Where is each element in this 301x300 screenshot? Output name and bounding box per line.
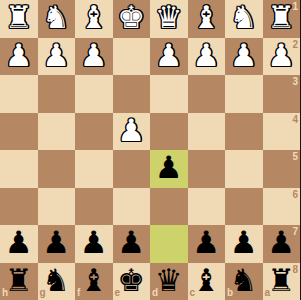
square-g3[interactable] [38, 75, 76, 113]
piece-black-knight[interactable]: ♞ [42, 265, 70, 296]
piece-black-queen[interactable]: ♛ [155, 265, 183, 296]
piece-white-pawn[interactable]: ♟ [117, 115, 145, 146]
chess-board: ♜♞♝♚♛♝♞♜1♟♟♟♟♟♟♟23♟4♟56♟♟♟♟♟♟♟7♜h♞g♝f♚e♛… [0, 0, 300, 300]
piece-black-pawn[interactable]: ♟ [155, 152, 183, 183]
square-e7[interactable]: ♟ [113, 225, 151, 263]
square-b1[interactable]: ♞ [225, 0, 263, 38]
rank-label-4: 4 [292, 115, 298, 125]
square-h5[interactable] [0, 150, 38, 188]
piece-white-rook[interactable]: ♜ [267, 2, 295, 33]
piece-black-pawn[interactable]: ♟ [80, 227, 108, 258]
square-b2[interactable]: ♟ [225, 38, 263, 76]
piece-white-knight[interactable]: ♞ [42, 2, 70, 33]
piece-black-bishop[interactable]: ♝ [80, 265, 108, 296]
square-g8[interactable]: ♞g [38, 263, 76, 300]
square-c7[interactable]: ♟ [188, 225, 226, 263]
piece-black-pawn[interactable]: ♟ [42, 227, 70, 258]
square-g1[interactable]: ♞ [38, 0, 76, 38]
square-g2[interactable]: ♟ [38, 38, 76, 76]
square-f7[interactable]: ♟ [75, 225, 113, 263]
square-f2[interactable]: ♟ [75, 38, 113, 76]
square-f5[interactable] [75, 150, 113, 188]
square-c4[interactable] [188, 113, 226, 151]
piece-black-pawn[interactable]: ♟ [117, 227, 145, 258]
square-d7[interactable] [150, 225, 188, 263]
piece-white-queen[interactable]: ♛ [155, 2, 183, 33]
piece-white-rook[interactable]: ♜ [5, 2, 33, 33]
square-a6[interactable]: 6 [263, 188, 301, 226]
square-a5[interactable]: 5 [263, 150, 301, 188]
square-g4[interactable] [38, 113, 76, 151]
piece-black-bishop[interactable]: ♝ [192, 265, 220, 296]
piece-black-king[interactable]: ♚ [117, 265, 145, 296]
rank-label-5: 5 [292, 152, 298, 162]
square-e3[interactable] [113, 75, 151, 113]
square-f6[interactable] [75, 188, 113, 226]
piece-white-pawn[interactable]: ♟ [192, 40, 220, 71]
piece-black-knight[interactable]: ♞ [230, 265, 258, 296]
square-b3[interactable] [225, 75, 263, 113]
rank-label-3: 3 [292, 77, 298, 87]
piece-white-pawn[interactable]: ♟ [42, 40, 70, 71]
piece-white-pawn[interactable]: ♟ [267, 40, 295, 71]
piece-white-bishop[interactable]: ♝ [192, 2, 220, 33]
square-e2[interactable] [113, 38, 151, 76]
piece-black-rook[interactable]: ♜ [5, 265, 33, 296]
piece-black-pawn[interactable]: ♟ [230, 227, 258, 258]
square-a7[interactable]: ♟7 [263, 225, 301, 263]
square-e6[interactable] [113, 188, 151, 226]
square-d4[interactable] [150, 113, 188, 151]
square-d2[interactable]: ♟ [150, 38, 188, 76]
rank-label-6: 6 [292, 190, 298, 200]
piece-white-knight[interactable]: ♞ [230, 2, 258, 33]
square-h6[interactable] [0, 188, 38, 226]
square-h7[interactable]: ♟ [0, 225, 38, 263]
square-c3[interactable] [188, 75, 226, 113]
square-e4[interactable]: ♟ [113, 113, 151, 151]
piece-white-pawn[interactable]: ♟ [155, 40, 183, 71]
piece-white-pawn[interactable]: ♟ [80, 40, 108, 71]
square-b7[interactable]: ♟ [225, 225, 263, 263]
square-f1[interactable]: ♝ [75, 0, 113, 38]
square-h4[interactable] [0, 113, 38, 151]
piece-black-pawn[interactable]: ♟ [267, 227, 295, 258]
square-c1[interactable]: ♝ [188, 0, 226, 38]
square-d1[interactable]: ♛ [150, 0, 188, 38]
piece-black-rook[interactable]: ♜ [267, 265, 295, 296]
square-f8[interactable]: ♝f [75, 263, 113, 300]
square-h1[interactable]: ♜ [0, 0, 38, 38]
square-c8[interactable]: ♝c [188, 263, 226, 300]
square-c2[interactable]: ♟ [188, 38, 226, 76]
square-e8[interactable]: ♚e [113, 263, 151, 300]
piece-white-pawn[interactable]: ♟ [5, 40, 33, 71]
piece-white-bishop[interactable]: ♝ [80, 2, 108, 33]
square-d8[interactable]: ♛d [150, 263, 188, 300]
square-a4[interactable]: 4 [263, 113, 301, 151]
piece-white-pawn[interactable]: ♟ [230, 40, 258, 71]
square-b4[interactable] [225, 113, 263, 151]
square-a1[interactable]: ♜1 [263, 0, 301, 38]
square-d3[interactable] [150, 75, 188, 113]
square-a3[interactable]: 3 [263, 75, 301, 113]
square-f3[interactable] [75, 75, 113, 113]
square-h8[interactable]: ♜h [0, 263, 38, 300]
square-c5[interactable] [188, 150, 226, 188]
square-e1[interactable]: ♚ [113, 0, 151, 38]
square-c6[interactable] [188, 188, 226, 226]
square-a2[interactable]: ♟2 [263, 38, 301, 76]
square-h2[interactable]: ♟ [0, 38, 38, 76]
piece-black-pawn[interactable]: ♟ [192, 227, 220, 258]
piece-black-pawn[interactable]: ♟ [5, 227, 33, 258]
square-b6[interactable] [225, 188, 263, 226]
piece-white-king[interactable]: ♚ [117, 2, 145, 33]
square-d6[interactable] [150, 188, 188, 226]
square-d5[interactable]: ♟ [150, 150, 188, 188]
square-b5[interactable] [225, 150, 263, 188]
square-a8[interactable]: ♜a8 [263, 263, 301, 300]
square-h3[interactable] [0, 75, 38, 113]
square-g7[interactable]: ♟ [38, 225, 76, 263]
square-f4[interactable] [75, 113, 113, 151]
square-g5[interactable] [38, 150, 76, 188]
square-g6[interactable] [38, 188, 76, 226]
square-b8[interactable]: ♞b [225, 263, 263, 300]
square-e5[interactable] [113, 150, 151, 188]
